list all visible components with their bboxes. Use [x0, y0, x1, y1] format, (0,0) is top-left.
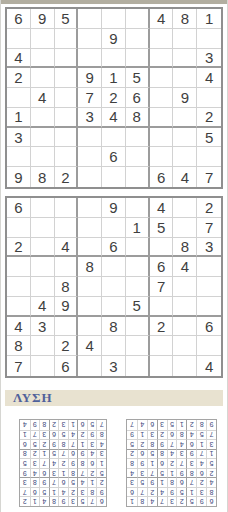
sudoku-cell: 9	[196, 496, 206, 506]
sudoku-cell	[150, 128, 174, 148]
sudoku-cell	[102, 218, 126, 238]
sudoku-cell: 6	[77, 420, 87, 430]
sudoku-cell: 2	[137, 439, 147, 449]
puzzle-page: 695481943291544726913482356982647 694215…	[0, 0, 228, 512]
solution-header-label: ΛΥΣΗ	[5, 390, 53, 406]
sudoku-cell: 4	[196, 458, 206, 468]
sudoku-cell: 6	[39, 468, 49, 478]
sudoku-cell: 1	[167, 468, 177, 478]
sudoku-cell	[78, 297, 102, 317]
sudoku-cell: 2	[30, 449, 40, 459]
sudoku-cell	[173, 317, 197, 337]
sudoku-cell: 3	[30, 458, 40, 468]
sudoku-cell: 8	[96, 430, 106, 440]
sudoku-cell: 3	[7, 128, 31, 148]
sudoku-cell: 8	[31, 167, 55, 187]
sudoku-cell	[126, 238, 150, 258]
sudoku-cell: 7	[68, 439, 78, 449]
sudoku-cell: 6	[102, 238, 126, 258]
sudoku-cell	[173, 198, 197, 218]
sudoku-cell: 2	[77, 430, 87, 440]
sudoku-cell: 7	[196, 449, 206, 459]
sudoku-cell: 4	[206, 477, 216, 487]
sudoku-cell	[126, 336, 150, 356]
sudoku-cell	[102, 167, 126, 187]
sudoku-cell	[197, 88, 221, 108]
sudoku-cell: 9	[137, 458, 147, 468]
sudoku-cell	[173, 68, 197, 88]
sudoku-cell: 7	[20, 487, 30, 497]
solution-header-bar: ΛΥΣΗ	[5, 390, 223, 406]
sudoku-cell: 2	[49, 420, 59, 430]
sudoku-cell: 8	[49, 496, 59, 506]
sudoku-cell	[150, 336, 174, 356]
sudoku-cell: 4	[87, 449, 97, 459]
sudoku-cell: 9	[58, 496, 68, 506]
sudoku-cell: 9	[176, 468, 186, 478]
sudoku-cell	[173, 297, 197, 317]
sudoku-cell	[150, 108, 174, 128]
sudoku-cell: 6	[96, 496, 106, 506]
sudoku-cell	[173, 49, 197, 69]
sudoku-cell	[31, 336, 55, 356]
sudoku-cell	[31, 198, 55, 218]
sudoku-cell: 5	[39, 487, 49, 497]
sudoku-cell: 8	[30, 477, 40, 487]
sudoku-cell: 9	[39, 477, 49, 487]
sudoku-cell: 3	[39, 430, 49, 440]
sudoku-cell: 3	[49, 468, 59, 478]
sudoku-cell: 6	[49, 430, 59, 440]
sudoku-cell: 2	[20, 496, 30, 506]
sudoku-cell	[55, 49, 79, 69]
sudoku-cell	[197, 277, 221, 297]
sudoku-cell: 1	[127, 496, 137, 506]
sudoku-cell	[102, 128, 126, 148]
sudoku-cell: 6	[147, 420, 157, 430]
sudoku-cell: 8	[127, 458, 137, 468]
sudoku-cell: 9	[78, 68, 102, 88]
sudoku-cell: 1	[197, 9, 221, 29]
sudoku-cell	[55, 218, 79, 238]
sudoku-cell	[55, 68, 79, 88]
sudoku-cell	[31, 218, 55, 238]
sudoku-cell: 2	[196, 477, 206, 487]
sudoku-cell	[31, 29, 55, 49]
sudoku-cell: 5	[20, 458, 30, 468]
sudoku-cell: 7	[206, 430, 216, 440]
sudoku-cell: 9	[87, 430, 97, 440]
sudoku-cell: 7	[96, 420, 106, 430]
sudoku-cell	[197, 336, 221, 356]
sudoku-cell: 8	[39, 420, 49, 430]
sudoku-cell	[31, 128, 55, 148]
sudoku-cell	[31, 108, 55, 128]
sudoku-cell	[173, 29, 197, 49]
sudoku-cell	[173, 147, 197, 167]
sudoku-cell: 3	[147, 430, 157, 440]
sudoku-cell: 3	[137, 468, 147, 478]
sudoku-cell	[78, 277, 102, 297]
sudoku-cell: 1	[58, 468, 68, 478]
sudoku-cell: 4	[49, 458, 59, 468]
sudoku-cell	[126, 167, 150, 187]
sudoku-cell: 5	[77, 496, 87, 506]
sudoku-cell: 5	[68, 477, 78, 487]
sudoku-cell: 8	[173, 238, 197, 258]
sudoku-cell: 7	[176, 458, 186, 468]
sudoku-cell: 1	[77, 439, 87, 449]
sudoku-cell: 9	[96, 487, 106, 497]
sudoku-cell: 2	[39, 439, 49, 449]
sudoku-cell: 1	[186, 487, 196, 497]
sudoku-cell: 6	[7, 9, 31, 29]
sudoku-cell	[78, 356, 102, 376]
sudoku-cell: 9	[20, 468, 30, 478]
sudoku-cell: 2	[176, 496, 186, 506]
sudoku-cell	[150, 88, 174, 108]
sudoku-cell: 8	[20, 449, 30, 459]
sudoku-cell: 1	[102, 68, 126, 88]
sudoku-cell: 5	[196, 430, 206, 440]
sudoku-cell: 8	[173, 9, 197, 29]
sudoku-cell: 5	[58, 430, 68, 440]
solution-grid-left: 6753984129832415672145679835278136491689…	[19, 419, 107, 507]
sudoku-cell: 2	[150, 317, 174, 337]
sudoku-cell: 8	[68, 468, 78, 478]
sudoku-cell: 3	[196, 487, 206, 497]
sudoku-cell: 7	[58, 449, 68, 459]
sudoku-cell: 2	[197, 108, 221, 128]
sudoku-cell: 7	[186, 477, 196, 487]
sudoku-cell: 2	[197, 198, 221, 218]
sudoku-cell	[197, 29, 221, 49]
sudoku-cell: 7	[157, 496, 167, 506]
sudoku-cell: 8	[186, 468, 196, 478]
sudoku-cell: 9	[55, 297, 79, 317]
sudoku-cell	[55, 147, 79, 167]
sudoku-cell: 7	[167, 439, 177, 449]
sudoku-cell: 3	[206, 439, 216, 449]
sudoku-cell	[126, 29, 150, 49]
sudoku-cell: 8	[58, 439, 68, 449]
sudoku-cell: 4	[127, 468, 137, 478]
sudoku-cell: 6	[102, 147, 126, 167]
sudoku-cell: 4	[78, 336, 102, 356]
sudoku-cell: 9	[31, 9, 55, 29]
sudoku-cell: 9	[49, 439, 59, 449]
sudoku-cell	[78, 29, 102, 49]
sudoku-cell: 1	[126, 218, 150, 238]
sudoku-cell	[78, 198, 102, 218]
sudoku-cell	[31, 49, 55, 69]
sudoku-cell: 9	[206, 420, 216, 430]
sudoku-cell: 8	[157, 449, 167, 459]
sudoku-cell: 7	[127, 420, 137, 430]
sudoku-cell: 2	[7, 68, 31, 88]
sudoku-cell	[7, 277, 31, 297]
sudoku-cell: 3	[176, 449, 186, 459]
sudoku-cell	[126, 277, 150, 297]
sudoku-cell	[55, 29, 79, 49]
sudoku-cell: 2	[96, 477, 106, 487]
sudoku-cell: 3	[31, 317, 55, 337]
sudoku-cell: 4	[7, 317, 31, 337]
sudoku-cell: 4	[31, 88, 55, 108]
sudoku-cell	[126, 257, 150, 277]
sudoku-cell: 9	[147, 477, 157, 487]
sudoku-cell	[78, 9, 102, 29]
sudoku-cell	[197, 297, 221, 317]
sudoku-cell: 3	[78, 108, 102, 128]
sudoku-cell: 9	[102, 29, 126, 49]
sudoku-cell: 5	[127, 439, 137, 449]
sudoku-cell: 8	[102, 317, 126, 337]
sudoku-cell	[7, 257, 31, 277]
sudoku-cell: 3	[197, 238, 221, 258]
sudoku-cell: 4	[167, 449, 177, 459]
sudoku-cell	[78, 238, 102, 258]
sudoku-cell: 7	[30, 430, 40, 440]
sudoku-cell	[55, 88, 79, 108]
sudoku-cell	[150, 147, 174, 167]
sudoku-cell: 8	[147, 439, 157, 449]
sudoku-cell: 6	[58, 477, 68, 487]
sudoku-cell: 6	[150, 167, 174, 187]
sudoku-cell: 1	[49, 487, 59, 497]
sudoku-cell: 8	[167, 477, 177, 487]
sudoku-cell: 4	[197, 356, 221, 376]
sudoku-cell	[126, 49, 150, 69]
sudoku-cell	[31, 356, 55, 376]
sudoku-cell	[126, 9, 150, 29]
sudoku-cell: 7	[87, 496, 97, 506]
sudoku-cell: 4	[173, 257, 197, 277]
sudoku-cell: 7	[150, 277, 174, 297]
sudoku-cell: 6	[176, 477, 186, 487]
sudoku-cell: 4	[157, 487, 167, 497]
sudoku-cell: 4	[55, 238, 79, 258]
sudoku-cell	[7, 218, 31, 238]
sudoku-cell: 8	[196, 420, 206, 430]
sudoku-cell: 3	[102, 356, 126, 376]
sudoku-cell	[126, 198, 150, 218]
sudoku-cell: 6	[55, 356, 79, 376]
sudoku-cell	[31, 147, 55, 167]
sudoku-cell: 7	[78, 88, 102, 108]
sudoku-cell: 8	[87, 487, 97, 497]
sudoku-cell	[78, 49, 102, 69]
sudoku-cell	[102, 257, 126, 277]
sudoku-cell	[78, 147, 102, 167]
sudoku-cell: 2	[102, 88, 126, 108]
sudoku-cell: 7	[197, 218, 221, 238]
sudoku-cell: 9	[127, 430, 137, 440]
sudoku-cell: 2	[55, 336, 79, 356]
sudoku-cell: 9	[68, 458, 78, 468]
sudoku-cell: 5	[167, 420, 177, 430]
sudoku-cell: 1	[147, 458, 157, 468]
sudoku-cell: 5	[87, 420, 97, 430]
sudoku-cell	[173, 336, 197, 356]
sudoku-cell: 8	[126, 108, 150, 128]
sudoku-cell: 2	[127, 449, 137, 459]
sudoku-cell	[197, 257, 221, 277]
sudoku-cell: 1	[7, 108, 31, 128]
sudoku-cell	[102, 336, 126, 356]
sudoku-cell: 5	[186, 496, 196, 506]
sudoku-cell: 4	[7, 49, 31, 69]
sudoku-cell: 4	[31, 297, 55, 317]
sudoku-cell: 4	[58, 487, 68, 497]
sudoku-cell: 6	[186, 439, 196, 449]
sudoku-cell: 7	[197, 167, 221, 187]
sudoku-cell: 3	[197, 49, 221, 69]
sudoku-cell: 2	[7, 238, 31, 258]
sudoku-cell: 5	[126, 297, 150, 317]
sudoku-grid-top: 695481943291544726913482356982647	[5, 7, 223, 189]
sudoku-cell: 1	[68, 420, 78, 430]
sudoku-cell: 4	[197, 68, 221, 88]
sudoku-cell	[31, 277, 55, 297]
sudoku-cell: 8	[137, 496, 147, 506]
sudoku-cell	[150, 29, 174, 49]
sudoku-cell: 1	[30, 496, 40, 506]
sudoku-cell	[102, 49, 126, 69]
sudoku-cell: 4	[186, 430, 196, 440]
sudoku-cell	[102, 9, 126, 29]
sudoku-cell: 4	[173, 167, 197, 187]
sudoku-cell: 6	[20, 439, 30, 449]
sudoku-cell	[78, 218, 102, 238]
sudoku-cell: 6	[87, 458, 97, 468]
sudoku-cell: 5	[137, 477, 147, 487]
sudoku-cell: 7	[137, 487, 147, 497]
sudoku-cell	[78, 167, 102, 187]
sudoku-cell	[173, 277, 197, 297]
sudoku-cell: 9	[30, 420, 40, 430]
sudoku-cell: 4	[150, 198, 174, 218]
sudoku-cell: 5	[30, 439, 40, 449]
sudoku-cell: 4	[137, 420, 147, 430]
sudoku-cell: 9	[186, 449, 196, 459]
sudoku-cell	[7, 88, 31, 108]
sudoku-cell: 5	[197, 128, 221, 148]
sudoku-cell: 3	[127, 477, 137, 487]
sudoku-cell: 8	[7, 336, 31, 356]
sudoku-cell	[31, 238, 55, 258]
sudoku-cell: 2	[87, 468, 97, 478]
sudoku-cell: 5	[176, 487, 186, 497]
sudoku-cell: 6	[68, 449, 78, 459]
sudoku-cell	[31, 68, 55, 88]
sudoku-cell: 4	[102, 108, 126, 128]
sudoku-cell: 3	[68, 496, 78, 506]
sudoku-cell: 4	[150, 9, 174, 29]
sudoku-cell: 8	[78, 257, 102, 277]
sudoku-cell	[55, 108, 79, 128]
sudoku-cell: 5	[55, 9, 79, 29]
sudoku-cell: 2	[206, 468, 216, 478]
sudoku-cell	[150, 297, 174, 317]
sudoku-cell: 1	[87, 477, 97, 487]
sudoku-cell: 3	[20, 477, 30, 487]
sudoku-cell: 1	[96, 458, 106, 468]
sudoku-cell: 2	[58, 458, 68, 468]
sudoku-cell: 4	[147, 496, 157, 506]
sudoku-cell	[7, 297, 31, 317]
sudoku-cell: 8	[77, 458, 87, 468]
sudoku-cell: 4	[20, 420, 30, 430]
sudoku-cell: 1	[137, 430, 147, 440]
sudoku-cell: 7	[7, 356, 31, 376]
sudoku-cell: 8	[176, 430, 186, 440]
sudoku-cell	[173, 218, 197, 238]
solution-grid-right: 6952374818315942764276819532689157345437…	[126, 419, 217, 507]
sudoku-cell	[173, 128, 197, 148]
sudoku-cell: 9	[157, 439, 167, 449]
sudoku-cell: 5	[96, 468, 106, 478]
sudoku-cell: 5	[206, 458, 216, 468]
sudoku-cell: 7	[77, 468, 87, 478]
sudoku-cell: 6	[157, 458, 167, 468]
sudoku-cell	[78, 317, 102, 337]
sudoku-cell: 3	[77, 487, 87, 497]
sudoku-cell	[126, 147, 150, 167]
sudoku-cell	[150, 238, 174, 258]
sudoku-cell: 3	[167, 496, 177, 506]
sudoku-cell: 6	[30, 487, 40, 497]
sudoku-cell	[55, 198, 79, 218]
page-edge-right	[227, 0, 228, 512]
sudoku-cell: 9	[7, 167, 31, 187]
sudoku-cell: 9	[77, 449, 87, 459]
sudoku-cell: 6	[206, 496, 216, 506]
sudoku-cell: 9	[102, 198, 126, 218]
sudoku-cell: 7	[39, 458, 49, 468]
sudoku-cell: 6	[127, 487, 137, 497]
sudoku-cell	[150, 68, 174, 88]
sudoku-cell	[7, 29, 31, 49]
sudoku-cell: 9	[173, 88, 197, 108]
top-tan-bar	[0, 0, 228, 4]
sudoku-cell: 2	[157, 430, 167, 440]
sudoku-cell: 4	[176, 439, 186, 449]
sudoku-cell	[78, 128, 102, 148]
sudoku-cell	[150, 356, 174, 376]
sudoku-cell: 6	[7, 198, 31, 218]
sudoku-cell: 6	[150, 257, 174, 277]
sudoku-cell: 6	[167, 430, 177, 440]
sudoku-cell: 3	[96, 449, 106, 459]
sudoku-cell: 9	[167, 487, 177, 497]
sudoku-cell: 4	[77, 477, 87, 487]
sudoku-cell: 6	[126, 88, 150, 108]
sudoku-cell: 1	[20, 430, 30, 440]
sudoku-cell: 7	[147, 468, 157, 478]
sudoku-cell: 2	[147, 487, 157, 497]
sudoku-cell	[31, 257, 55, 277]
sudoku-cell	[55, 128, 79, 148]
sudoku-cell: 1	[176, 420, 186, 430]
sudoku-cell: 2	[68, 487, 78, 497]
sudoku-cell: 7	[49, 477, 59, 487]
sudoku-cell: 3	[186, 458, 196, 468]
sudoku-cell	[173, 108, 197, 128]
sudoku-cell: 3	[87, 439, 97, 449]
sudoku-cell: 5	[49, 449, 59, 459]
sudoku-cell: 3	[58, 420, 68, 430]
